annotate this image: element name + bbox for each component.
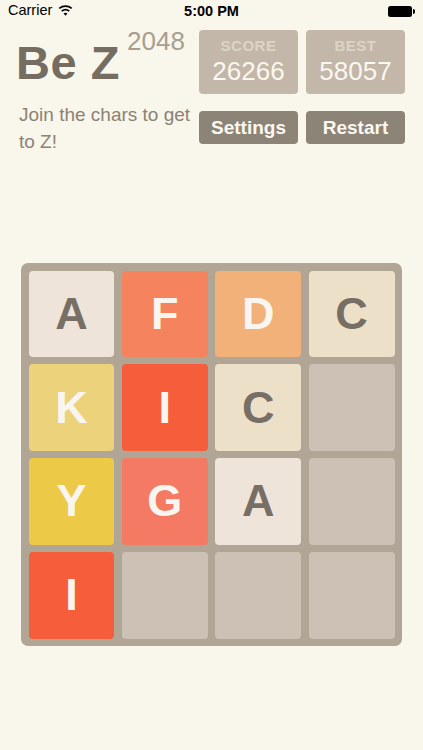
header: Be Z 2048 Join the chars to get to Z! SC… xyxy=(0,21,423,261)
tagline: Join the chars to get to Z! xyxy=(19,102,199,156)
tile-r1c3: D xyxy=(215,271,301,357)
tile-r2c2: I xyxy=(122,364,208,450)
tile-r3c2: G xyxy=(122,458,208,544)
score-box: SCORE 26266 xyxy=(199,30,298,94)
empty-cell-r4c4 xyxy=(309,552,395,638)
best-box: BEST 58057 xyxy=(306,30,405,94)
tile-r4c1: I xyxy=(29,552,115,638)
status-time: 5:00 PM xyxy=(0,3,423,19)
app-title: Be Z xyxy=(16,35,120,90)
score-value: 26266 xyxy=(212,56,284,87)
score-label: SCORE xyxy=(221,37,277,54)
restart-button[interactable]: Restart xyxy=(306,111,405,144)
app-screen: Carrier 5:00 PM Be Z 2048 Join the chars… xyxy=(0,0,423,750)
status-bar: Carrier 5:00 PM xyxy=(0,0,423,21)
empty-cell-r4c3 xyxy=(215,552,301,638)
empty-cell-r2c4 xyxy=(309,364,395,450)
tile-r1c1: A xyxy=(29,271,115,357)
empty-cell-r4c2 xyxy=(122,552,208,638)
tile-r3c3: A xyxy=(215,458,301,544)
tile-r3c1: Y xyxy=(29,458,115,544)
tile-r1c4: C xyxy=(309,271,395,357)
game-board[interactable]: A F D C K I C Y G A I xyxy=(21,263,402,646)
settings-button[interactable]: Settings xyxy=(199,111,298,144)
best-value: 58057 xyxy=(319,56,391,87)
tile-r2c1: K xyxy=(29,364,115,450)
best-label: BEST xyxy=(334,37,376,54)
tile-r1c2: F xyxy=(122,271,208,357)
tile-r2c3: C xyxy=(215,364,301,450)
app-title-superscript: 2048 xyxy=(127,26,185,57)
battery-icon xyxy=(388,6,416,17)
empty-cell-r3c4 xyxy=(309,458,395,544)
